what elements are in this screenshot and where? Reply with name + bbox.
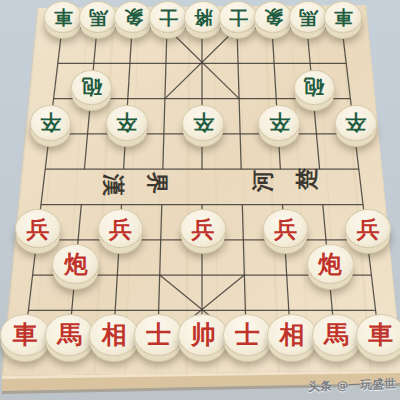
piece-character: 卒 — [116, 111, 137, 132]
piece-character: 兵 — [274, 218, 297, 241]
piece-character: 車 — [54, 7, 73, 26]
piece-black-馬-file2[interactable]: 馬 — [79, 1, 117, 33]
piece-character: 將 — [194, 7, 213, 26]
piece-red-兵-file5[interactable]: 兵 — [180, 209, 226, 248]
river-label-chu: 楚 — [292, 164, 322, 194]
piece-red-炮-file2[interactable]: 炮 — [52, 244, 99, 284]
piece-red-士-file4[interactable]: 士 — [134, 314, 184, 356]
piece-character: 兵 — [26, 218, 49, 241]
piece-red-馬-file2[interactable]: 馬 — [45, 314, 95, 356]
river-label-han: 漢 — [98, 170, 128, 200]
piece-character: 馬 — [57, 323, 82, 348]
piece-character: 象 — [264, 7, 283, 26]
river-label-jie: 界 — [142, 168, 172, 198]
piece-black-砲-file8[interactable]: 砲 — [294, 70, 335, 104]
piece-black-卒-file7[interactable]: 卒 — [258, 105, 300, 141]
piece-character: 馬 — [299, 7, 318, 26]
piece-character: 砲 — [304, 77, 324, 97]
piece-character: 車 — [368, 323, 393, 348]
piece-character: 卒 — [345, 111, 366, 132]
piece-black-砲-file2[interactable]: 砲 — [71, 70, 112, 104]
piece-red-馬-file8[interactable]: 馬 — [312, 314, 362, 356]
piece-character: 砲 — [82, 77, 102, 97]
piece-red-兵-file3[interactable]: 兵 — [98, 209, 144, 248]
river-label-he: 河 — [248, 166, 278, 196]
piece-character: 卒 — [269, 111, 290, 132]
piece-character: 卒 — [40, 111, 61, 132]
piece-character: 士 — [159, 7, 178, 26]
piece-character: 車 — [13, 323, 38, 348]
piece-character: 卒 — [193, 111, 214, 132]
piece-black-士-file4[interactable]: 士 — [149, 1, 187, 33]
piece-character: 兵 — [109, 218, 132, 241]
piece-character: 炮 — [64, 253, 88, 277]
piece-red-士-file6[interactable]: 士 — [223, 314, 273, 356]
piece-black-將-file5[interactable]: 將 — [184, 1, 222, 33]
piece-black-卒-file9[interactable]: 卒 — [335, 105, 377, 141]
piece-character: 帅 — [191, 323, 216, 348]
piece-character: 士 — [235, 323, 260, 348]
piece-character: 車 — [334, 7, 353, 26]
piece-red-兵-file1[interactable]: 兵 — [15, 209, 61, 248]
piece-black-卒-file1[interactable]: 卒 — [30, 105, 72, 141]
piece-black-象-file3[interactable]: 象 — [114, 1, 152, 33]
pieces-layer: 車馬象士將士象馬車砲砲卒卒卒卒卒兵兵兵兵兵炮炮車馬相士帅士相馬車 — [0, 0, 400, 400]
piece-red-相-file3[interactable]: 相 — [89, 314, 139, 356]
photo-scene: 車馬象士將士象馬車砲砲卒卒卒卒卒兵兵兵兵兵炮炮車馬相士帅士相馬車 漢 界 河 楚… — [0, 0, 400, 400]
piece-black-車-file1[interactable]: 車 — [44, 1, 82, 33]
piece-character: 兵 — [192, 218, 215, 241]
piece-red-炮-file8[interactable]: 炮 — [307, 244, 354, 284]
piece-red-帅-file5[interactable]: 帅 — [178, 314, 228, 356]
watermark: 头条 @一玩盛世 — [308, 376, 397, 394]
piece-black-卒-file5[interactable]: 卒 — [182, 105, 224, 141]
piece-character: 炮 — [318, 253, 342, 277]
piece-character: 兵 — [357, 218, 380, 241]
piece-character: 馬 — [324, 323, 349, 348]
piece-black-象-file7[interactable]: 象 — [254, 1, 292, 33]
piece-black-車-file9[interactable]: 車 — [324, 1, 362, 33]
piece-red-兵-file7[interactable]: 兵 — [263, 209, 309, 248]
piece-black-卒-file3[interactable]: 卒 — [106, 105, 148, 141]
piece-character: 士 — [229, 7, 248, 26]
piece-black-馬-file8[interactable]: 馬 — [289, 1, 327, 33]
piece-character: 士 — [146, 323, 171, 348]
piece-character: 馬 — [89, 7, 108, 26]
piece-red-相-file7[interactable]: 相 — [267, 314, 317, 356]
piece-character: 相 — [102, 323, 127, 348]
piece-red-車-file9[interactable]: 車 — [356, 314, 400, 356]
piece-red-兵-file9[interactable]: 兵 — [345, 209, 391, 248]
piece-character: 相 — [279, 323, 304, 348]
piece-black-士-file6[interactable]: 士 — [219, 1, 257, 33]
piece-character: 象 — [124, 7, 143, 26]
piece-red-車-file1[interactable]: 車 — [0, 314, 50, 356]
